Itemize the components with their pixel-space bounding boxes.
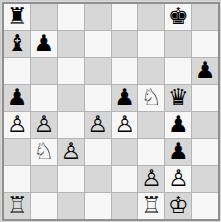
square-f1[interactable]: ♖	[138, 193, 164, 219]
square-f8[interactable]	[138, 4, 164, 30]
square-h7[interactable]	[192, 31, 218, 57]
white-rook-icon: ♖	[141, 194, 162, 217]
square-c3[interactable]: ♙	[58, 139, 84, 165]
square-g5[interactable]: ♛	[165, 85, 191, 111]
square-b4[interactable]: ♙	[31, 112, 57, 138]
square-c6[interactable]	[58, 58, 84, 84]
square-h5[interactable]	[192, 85, 218, 111]
square-h4[interactable]	[192, 112, 218, 138]
square-e3[interactable]	[112, 139, 138, 165]
square-a2[interactable]	[4, 166, 30, 192]
black-pawn-icon: ♟	[195, 59, 216, 82]
square-g1[interactable]: ♔	[165, 193, 191, 219]
white-king-icon: ♔	[168, 194, 189, 217]
black-bishop-icon: ♝	[7, 32, 28, 55]
black-queen-icon: ♛	[168, 86, 189, 109]
square-a6[interactable]	[4, 58, 30, 84]
black-rook-icon: ♜	[7, 5, 28, 28]
square-f3[interactable]	[138, 139, 164, 165]
black-pawn-icon: ♟	[168, 113, 189, 136]
white-pawn-icon: ♙	[7, 113, 28, 136]
square-a4[interactable]: ♙	[4, 112, 30, 138]
square-d7[interactable]	[85, 31, 111, 57]
white-knight-icon: ♘	[141, 86, 162, 109]
square-g2[interactable]: ♙	[165, 166, 191, 192]
black-pawn-icon: ♟	[168, 140, 189, 163]
square-d6[interactable]	[85, 58, 111, 84]
square-h8[interactable]	[192, 4, 218, 30]
square-c1[interactable]	[58, 193, 84, 219]
square-f4[interactable]	[138, 112, 164, 138]
black-pawn-icon: ♟	[7, 86, 28, 109]
square-a8[interactable]: ♜	[4, 4, 30, 30]
square-d1[interactable]	[85, 193, 111, 219]
square-e8[interactable]	[112, 4, 138, 30]
square-e7[interactable]	[112, 31, 138, 57]
square-d3[interactable]	[85, 139, 111, 165]
square-e2[interactable]	[112, 166, 138, 192]
square-c8[interactable]	[58, 4, 84, 30]
black-pawn-icon: ♟	[34, 32, 55, 55]
black-pawn-icon: ♟	[114, 86, 135, 109]
square-b8[interactable]	[31, 4, 57, 30]
black-king-icon: ♚	[168, 5, 189, 28]
square-f5[interactable]: ♘	[138, 85, 164, 111]
square-h6[interactable]: ♟	[192, 58, 218, 84]
square-e4[interactable]: ♙	[112, 112, 138, 138]
square-d4[interactable]: ♙	[85, 112, 111, 138]
square-g3[interactable]: ♟	[165, 139, 191, 165]
square-h1[interactable]	[192, 193, 218, 219]
square-g8[interactable]: ♚	[165, 4, 191, 30]
square-b7[interactable]: ♟	[31, 31, 57, 57]
square-h3[interactable]	[192, 139, 218, 165]
square-e6[interactable]	[112, 58, 138, 84]
white-pawn-icon: ♙	[141, 167, 162, 190]
square-d2[interactable]	[85, 166, 111, 192]
chessboard-frame: ♜♚♝♟♟♟♟♘♛♙♙♙♙♟♘♙♟♙♙♖♖♔	[0, 0, 221, 222]
square-b6[interactable]	[31, 58, 57, 84]
square-a5[interactable]: ♟	[4, 85, 30, 111]
square-g6[interactable]	[165, 58, 191, 84]
square-f7[interactable]	[138, 31, 164, 57]
chessboard: ♜♚♝♟♟♟♟♘♛♙♙♙♙♟♘♙♟♙♙♖♖♔	[4, 4, 218, 219]
square-e5[interactable]: ♟	[112, 85, 138, 111]
white-rook-icon: ♖	[7, 194, 28, 217]
square-d5[interactable]	[85, 85, 111, 111]
white-pawn-icon: ♙	[60, 140, 81, 163]
square-f6[interactable]	[138, 58, 164, 84]
square-c7[interactable]	[58, 31, 84, 57]
square-e1[interactable]	[112, 193, 138, 219]
square-a1[interactable]: ♖	[4, 193, 30, 219]
square-c5[interactable]	[58, 85, 84, 111]
square-d8[interactable]	[85, 4, 111, 30]
square-f2[interactable]: ♙	[138, 166, 164, 192]
white-pawn-icon: ♙	[87, 113, 108, 136]
square-g4[interactable]: ♟	[165, 112, 191, 138]
square-c4[interactable]	[58, 112, 84, 138]
square-b1[interactable]	[31, 193, 57, 219]
square-a7[interactable]: ♝	[4, 31, 30, 57]
square-g7[interactable]	[165, 31, 191, 57]
square-b3[interactable]: ♘	[31, 139, 57, 165]
white-pawn-icon: ♙	[34, 113, 55, 136]
square-c2[interactable]	[58, 166, 84, 192]
square-a3[interactable]	[4, 139, 30, 165]
square-b5[interactable]	[31, 85, 57, 111]
square-h2[interactable]	[192, 166, 218, 192]
white-pawn-icon: ♙	[114, 113, 135, 136]
white-pawn-icon: ♙	[168, 167, 189, 190]
square-b2[interactable]	[31, 166, 57, 192]
white-knight-icon: ♘	[34, 140, 55, 163]
